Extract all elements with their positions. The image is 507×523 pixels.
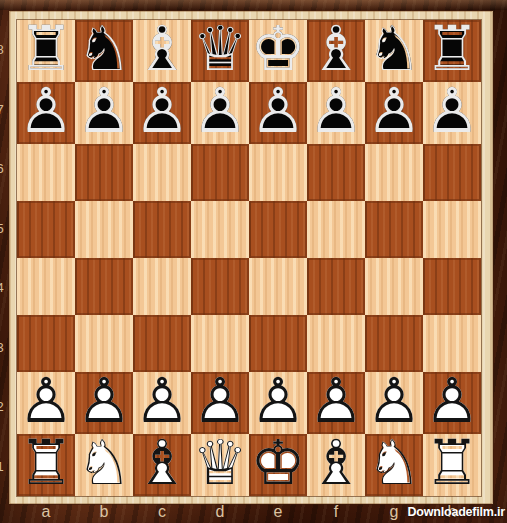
square-d5[interactable] <box>191 201 249 258</box>
piece-white-pawn[interactable]: ♟♙ <box>134 370 190 432</box>
piece-outline: ♙ <box>366 370 422 432</box>
piece-white-knight[interactable]: ♞♘ <box>76 432 132 494</box>
piece-black-pawn[interactable]: ♟♙ <box>192 80 248 142</box>
rank-label-3: 3 <box>0 318 7 378</box>
piece-black-pawn[interactable]: ♟♙ <box>134 80 190 142</box>
square-f4[interactable] <box>307 258 365 315</box>
piece-outline: ♘ <box>76 432 132 494</box>
rank-label-6: 6 <box>0 139 7 199</box>
square-d6[interactable] <box>191 144 249 201</box>
piece-outline: ♗ <box>134 18 190 80</box>
piece-outline: ♖ <box>424 18 480 80</box>
file-label-c: c <box>133 502 191 523</box>
rank-label-2: 2 <box>0 377 7 437</box>
square-d8[interactable]: ♛♕ <box>191 20 249 82</box>
piece-white-bishop[interactable]: ♝♗ <box>308 432 364 494</box>
piece-outline: ♖ <box>18 432 74 494</box>
piece-outline: ♙ <box>18 80 74 142</box>
square-e1[interactable]: ♚♔ <box>249 434 307 496</box>
square-d7[interactable]: ♟♙ <box>191 82 249 144</box>
square-c1[interactable]: ♝♗ <box>133 434 191 496</box>
piece-outline: ♙ <box>192 370 248 432</box>
piece-black-pawn[interactable]: ♟♙ <box>424 80 480 142</box>
square-g2[interactable]: ♟♙ <box>365 372 423 434</box>
piece-black-king[interactable]: ♚♔ <box>250 18 306 80</box>
piece-outline: ♙ <box>250 370 306 432</box>
piece-black-knight[interactable]: ♞♘ <box>76 18 132 80</box>
piece-white-pawn[interactable]: ♟♙ <box>250 370 306 432</box>
square-h4[interactable] <box>423 258 481 315</box>
square-g8[interactable]: ♞♘ <box>365 20 423 82</box>
square-h6[interactable] <box>423 144 481 201</box>
piece-outline: ♖ <box>424 432 480 494</box>
piece-white-rook[interactable]: ♜♖ <box>18 432 74 494</box>
piece-outline: ♘ <box>366 432 422 494</box>
square-f6[interactable] <box>307 144 365 201</box>
square-a1[interactable]: ♜♖ <box>17 434 75 496</box>
piece-black-pawn[interactable]: ♟♙ <box>250 80 306 142</box>
square-e7[interactable]: ♟♙ <box>249 82 307 144</box>
square-g7[interactable]: ♟♙ <box>365 82 423 144</box>
piece-outline: ♙ <box>192 80 248 142</box>
piece-black-pawn[interactable]: ♟♙ <box>366 80 422 142</box>
piece-outline: ♔ <box>250 432 306 494</box>
piece-outline: ♔ <box>250 18 306 80</box>
square-b6[interactable] <box>75 144 133 201</box>
piece-outline: ♙ <box>18 370 74 432</box>
square-c2[interactable]: ♟♙ <box>133 372 191 434</box>
square-c4[interactable] <box>133 258 191 315</box>
rank-label-4: 4 <box>0 258 7 318</box>
square-b1[interactable]: ♞♘ <box>75 434 133 496</box>
file-label-e: e <box>249 502 307 523</box>
file-label-f: f <box>307 502 365 523</box>
square-h5[interactable] <box>423 201 481 258</box>
piece-black-pawn[interactable]: ♟♙ <box>18 80 74 142</box>
square-a2[interactable]: ♟♙ <box>17 372 75 434</box>
square-g5[interactable] <box>365 201 423 258</box>
piece-white-queen[interactable]: ♛♕ <box>192 432 248 494</box>
square-b8[interactable]: ♞♘ <box>75 20 133 82</box>
piece-outline: ♙ <box>424 370 480 432</box>
watermark-text: Downloadefilm.ir <box>407 505 505 519</box>
file-label-a: a <box>17 502 75 523</box>
square-h8[interactable]: ♜♖ <box>423 20 481 82</box>
square-d4[interactable] <box>191 258 249 315</box>
square-e4[interactable] <box>249 258 307 315</box>
piece-white-pawn[interactable]: ♟♙ <box>424 370 480 432</box>
square-f7[interactable]: ♟♙ <box>307 82 365 144</box>
rank-label-5: 5 <box>0 199 7 259</box>
chessboard-screenshot: ♜♖♞♘♝♗♛♕♚♔♝♗♞♘♜♖♟♙♟♙♟♙♟♙♟♙♟♙♟♙♟♙♟♙♟♙♟♙♟♙… <box>0 0 507 523</box>
rank-label-8: 8 <box>0 20 7 80</box>
piece-outline: ♖ <box>18 18 74 80</box>
piece-outline: ♙ <box>134 80 190 142</box>
piece-white-rook[interactable]: ♜♖ <box>424 432 480 494</box>
piece-outline: ♙ <box>366 80 422 142</box>
piece-outline: ♙ <box>76 370 132 432</box>
piece-outline: ♙ <box>308 370 364 432</box>
square-a5[interactable] <box>17 201 75 258</box>
square-e6[interactable] <box>249 144 307 201</box>
piece-outline: ♗ <box>308 18 364 80</box>
piece-outline: ♙ <box>134 370 190 432</box>
piece-white-pawn[interactable]: ♟♙ <box>308 370 364 432</box>
piece-white-knight[interactable]: ♞♘ <box>366 432 422 494</box>
square-c7[interactable]: ♟♙ <box>133 82 191 144</box>
rank-label-1: 1 <box>0 437 7 497</box>
square-b7[interactable]: ♟♙ <box>75 82 133 144</box>
file-label-b: b <box>75 502 133 523</box>
square-d1[interactable]: ♛♕ <box>191 434 249 496</box>
square-e5[interactable] <box>249 201 307 258</box>
square-c8[interactable]: ♝♗ <box>133 20 191 82</box>
piece-outline: ♙ <box>250 80 306 142</box>
piece-outline: ♙ <box>308 80 364 142</box>
square-f8[interactable]: ♝♗ <box>307 20 365 82</box>
square-a4[interactable] <box>17 258 75 315</box>
piece-outline: ♗ <box>134 432 190 494</box>
square-b4[interactable] <box>75 258 133 315</box>
piece-outline: ♙ <box>76 80 132 142</box>
piece-outline: ♙ <box>424 80 480 142</box>
piece-white-king[interactable]: ♚♔ <box>250 432 306 494</box>
square-f1[interactable]: ♝♗ <box>307 434 365 496</box>
square-g1[interactable]: ♞♘ <box>365 434 423 496</box>
piece-black-queen[interactable]: ♛♕ <box>192 18 248 80</box>
piece-outline: ♕ <box>192 18 248 80</box>
square-b2[interactable]: ♟♙ <box>75 372 133 434</box>
square-h7[interactable]: ♟♙ <box>423 82 481 144</box>
piece-outline: ♘ <box>366 18 422 80</box>
square-e8[interactable]: ♚♔ <box>249 20 307 82</box>
piece-black-rook[interactable]: ♜♖ <box>18 18 74 80</box>
rank-labels: 8 7 6 5 4 3 2 1 <box>0 20 7 496</box>
piece-black-bishop[interactable]: ♝♗ <box>134 18 190 80</box>
piece-black-rook[interactable]: ♜♖ <box>424 18 480 80</box>
square-f2[interactable]: ♟♙ <box>307 372 365 434</box>
piece-outline: ♗ <box>308 432 364 494</box>
square-a7[interactable]: ♟♙ <box>17 82 75 144</box>
square-c5[interactable] <box>133 201 191 258</box>
piece-black-bishop[interactable]: ♝♗ <box>308 18 364 80</box>
piece-white-pawn[interactable]: ♟♙ <box>366 370 422 432</box>
file-label-d: d <box>191 502 249 523</box>
rank-label-7: 7 <box>0 80 7 140</box>
piece-white-pawn[interactable]: ♟♙ <box>192 370 248 432</box>
piece-white-pawn[interactable]: ♟♙ <box>18 370 74 432</box>
square-g4[interactable] <box>365 258 423 315</box>
square-e2[interactable]: ♟♙ <box>249 372 307 434</box>
piece-black-pawn[interactable]: ♟♙ <box>76 80 132 142</box>
square-c6[interactable] <box>133 144 191 201</box>
square-g6[interactable] <box>365 144 423 201</box>
square-h1[interactable]: ♜♖ <box>423 434 481 496</box>
piece-white-pawn[interactable]: ♟♙ <box>76 370 132 432</box>
board-squares: ♜♖♞♘♝♗♛♕♚♔♝♗♞♘♜♖♟♙♟♙♟♙♟♙♟♙♟♙♟♙♟♙♟♙♟♙♟♙♟♙… <box>17 20 481 496</box>
piece-outline: ♕ <box>192 432 248 494</box>
square-b5[interactable] <box>75 201 133 258</box>
piece-black-knight[interactable]: ♞♘ <box>366 18 422 80</box>
square-h2[interactable]: ♟♙ <box>423 372 481 434</box>
square-d2[interactable]: ♟♙ <box>191 372 249 434</box>
piece-white-bishop[interactable]: ♝♗ <box>134 432 190 494</box>
square-a8[interactable]: ♜♖ <box>17 20 75 82</box>
square-f5[interactable] <box>307 201 365 258</box>
piece-outline: ♘ <box>76 18 132 80</box>
square-a6[interactable] <box>17 144 75 201</box>
piece-black-pawn[interactable]: ♟♙ <box>308 80 364 142</box>
